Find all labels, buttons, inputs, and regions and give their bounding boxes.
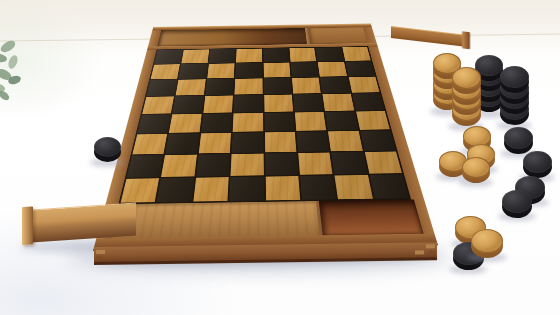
board-square bbox=[369, 174, 408, 198]
board-square bbox=[179, 64, 207, 79]
board-square bbox=[161, 155, 196, 177]
board-square bbox=[151, 64, 180, 79]
finger-joint bbox=[96, 256, 102, 260]
board-square bbox=[264, 132, 296, 152]
board-square bbox=[356, 111, 390, 130]
board-square bbox=[205, 79, 234, 95]
board-square bbox=[264, 78, 292, 94]
board-square bbox=[265, 176, 300, 200]
storage-tray-bottom bbox=[316, 200, 424, 236]
board-square bbox=[264, 113, 294, 132]
finger-joint bbox=[96, 250, 105, 254]
board-square bbox=[352, 93, 385, 110]
board-square bbox=[236, 49, 262, 63]
board-square bbox=[293, 94, 323, 111]
board-square bbox=[345, 61, 375, 76]
board-square bbox=[169, 114, 201, 133]
board-square bbox=[137, 114, 170, 133]
board-square bbox=[231, 154, 264, 176]
board-square bbox=[331, 152, 367, 174]
board-square bbox=[207, 63, 235, 78]
finger-joint bbox=[429, 250, 435, 254]
board-square bbox=[342, 47, 371, 61]
board-square bbox=[360, 130, 396, 150]
board-square bbox=[291, 62, 319, 77]
checkerboard-grid bbox=[118, 46, 411, 204]
board-square bbox=[229, 177, 263, 201]
board-square bbox=[263, 63, 290, 78]
board-square bbox=[265, 153, 298, 175]
board-square bbox=[182, 49, 209, 63]
board-square bbox=[296, 131, 329, 151]
board-square bbox=[232, 132, 263, 152]
board-square bbox=[196, 154, 230, 176]
finger-joint bbox=[426, 244, 435, 248]
board-square bbox=[127, 155, 164, 177]
board-square bbox=[173, 96, 204, 113]
board-square bbox=[142, 96, 174, 113]
game-box-top bbox=[93, 24, 438, 251]
board-square bbox=[335, 175, 373, 199]
board-square bbox=[234, 95, 263, 112]
sliding-lid-top-inner bbox=[308, 27, 367, 44]
finger-joint bbox=[415, 250, 424, 254]
board-square bbox=[263, 48, 289, 62]
board-square bbox=[176, 79, 206, 95]
board-square bbox=[295, 112, 327, 131]
lid-end-cap bbox=[22, 206, 33, 245]
board-square bbox=[320, 77, 350, 93]
board-square bbox=[157, 178, 194, 202]
board-square bbox=[323, 94, 354, 111]
sliding-lid-bottom-inner bbox=[110, 201, 320, 239]
board-square bbox=[201, 113, 232, 132]
lid-end-cap bbox=[462, 31, 470, 49]
board-square bbox=[235, 78, 263, 94]
board-square bbox=[132, 134, 167, 154]
board-square bbox=[199, 133, 231, 153]
board-square bbox=[300, 176, 336, 200]
board-square bbox=[203, 95, 233, 112]
board-square bbox=[264, 95, 293, 112]
board-square bbox=[325, 112, 358, 131]
board-square bbox=[147, 80, 178, 96]
board-square bbox=[328, 131, 362, 151]
board-square bbox=[298, 153, 333, 175]
board-square bbox=[209, 49, 236, 63]
board-square bbox=[193, 177, 229, 201]
board-square bbox=[364, 151, 401, 173]
board-square bbox=[316, 47, 344, 61]
board-scene bbox=[0, 0, 560, 315]
board-square bbox=[292, 78, 321, 94]
board-square bbox=[348, 77, 379, 93]
board-square bbox=[233, 113, 263, 132]
board-square bbox=[121, 178, 160, 202]
board-square bbox=[235, 63, 262, 78]
photo-stage bbox=[0, 0, 560, 315]
board-square bbox=[318, 62, 347, 77]
board-square bbox=[289, 48, 316, 62]
board-square bbox=[165, 133, 199, 153]
board-square bbox=[154, 50, 182, 64]
